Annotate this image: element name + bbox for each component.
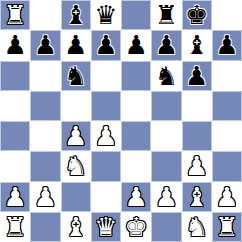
square-b2[interactable]: ♟ — [30, 182, 60, 212]
square-f3[interactable] — [151, 151, 181, 181]
square-e2[interactable]: ♟ — [121, 182, 151, 212]
piece-black-rook[interactable]: ♜ — [151, 0, 181, 30]
square-f2[interactable]: ♟ — [151, 182, 181, 212]
square-c4[interactable]: ♟ — [61, 121, 91, 151]
square-c5[interactable] — [61, 91, 91, 121]
square-c6[interactable]: ♞ — [61, 61, 91, 91]
piece-white-bishop[interactable]: ♝ — [182, 182, 212, 212]
piece-black-pawn[interactable]: ♟ — [91, 30, 121, 60]
square-a4[interactable] — [0, 121, 30, 151]
square-b5[interactable] — [30, 91, 60, 121]
piece-black-pawn[interactable]: ♟ — [61, 30, 91, 60]
piece-white-pawn[interactable]: ♟ — [121, 182, 151, 212]
square-e8[interactable] — [121, 0, 151, 30]
piece-black-queen[interactable]: ♛ — [91, 0, 121, 30]
square-e6[interactable] — [121, 61, 151, 91]
piece-black-pawn[interactable]: ♟ — [0, 30, 30, 60]
piece-black-pawn[interactable]: ♟ — [151, 30, 181, 60]
piece-white-pawn[interactable]: ♟ — [212, 182, 242, 212]
piece-white-rook[interactable]: ♜ — [0, 212, 30, 242]
piece-black-pawn[interactable]: ♟ — [30, 30, 60, 60]
square-g2[interactable]: ♝ — [182, 182, 212, 212]
square-g7[interactable]: ♝ — [182, 30, 212, 60]
piece-white-rook[interactable]: ♜ — [0, 0, 30, 30]
square-c8[interactable]: ♝ — [61, 0, 91, 30]
square-a3[interactable] — [0, 151, 30, 181]
square-h3[interactable] — [212, 151, 242, 181]
square-f7[interactable]: ♟ — [151, 30, 181, 60]
square-c1[interactable]: ♝ — [61, 212, 91, 242]
piece-white-pawn[interactable]: ♟ — [91, 121, 121, 151]
square-b6[interactable] — [30, 61, 60, 91]
square-d1[interactable]: ♛ — [91, 212, 121, 242]
square-e1[interactable]: ♚ — [121, 212, 151, 242]
square-e4[interactable] — [121, 121, 151, 151]
square-f8[interactable]: ♜ — [151, 0, 181, 30]
square-d3[interactable] — [91, 151, 121, 181]
square-e7[interactable]: ♟ — [121, 30, 151, 60]
square-d2[interactable] — [91, 182, 121, 212]
square-a8[interactable]: ♜ — [0, 0, 30, 30]
square-g6[interactable]: ♟ — [182, 61, 212, 91]
square-g1[interactable]: ♞ — [182, 212, 212, 242]
piece-black-knight[interactable]: ♞ — [61, 61, 91, 91]
piece-white-pawn[interactable]: ♟ — [30, 182, 60, 212]
square-g5[interactable] — [182, 91, 212, 121]
square-g4[interactable] — [182, 121, 212, 151]
square-f4[interactable] — [151, 121, 181, 151]
square-a5[interactable] — [0, 91, 30, 121]
square-g3[interactable]: ♟ — [182, 151, 212, 181]
piece-white-pawn[interactable]: ♟ — [0, 182, 30, 212]
piece-black-pawn[interactable]: ♟ — [182, 61, 212, 91]
piece-black-king[interactable]: ♚ — [182, 0, 212, 30]
square-b4[interactable] — [30, 121, 60, 151]
square-a1[interactable]: ♜ — [0, 212, 30, 242]
square-b3[interactable] — [30, 151, 60, 181]
square-h4[interactable] — [212, 121, 242, 151]
piece-white-knight[interactable]: ♞ — [182, 212, 212, 242]
piece-white-knight[interactable]: ♞ — [61, 151, 91, 181]
square-h2[interactable]: ♟ — [212, 182, 242, 212]
piece-black-bishop[interactable]: ♝ — [182, 30, 212, 60]
piece-black-pawn[interactable]: ♟ — [121, 30, 151, 60]
square-f5[interactable] — [151, 91, 181, 121]
piece-black-knight[interactable]: ♞ — [151, 61, 181, 91]
square-a2[interactable]: ♟ — [0, 182, 30, 212]
piece-black-bishop[interactable]: ♝ — [61, 0, 91, 30]
square-h1[interactable]: ♜ — [212, 212, 242, 242]
piece-white-rook[interactable]: ♜ — [212, 212, 242, 242]
square-h8[interactable] — [212, 0, 242, 30]
square-c2[interactable] — [61, 182, 91, 212]
square-b8[interactable] — [30, 0, 60, 30]
chess-board: ♜♝♛♜♚♟♟♟♟♟♟♝♟♞♞♟♟♟♞♟♟♟♟♟♝♟♜♝♛♚♞♜ — [0, 0, 242, 242]
square-a7[interactable]: ♟ — [0, 30, 30, 60]
piece-white-pawn[interactable]: ♟ — [151, 182, 181, 212]
square-e5[interactable] — [121, 91, 151, 121]
piece-white-queen[interactable]: ♛ — [91, 212, 121, 242]
square-h5[interactable] — [212, 91, 242, 121]
square-b7[interactable]: ♟ — [30, 30, 60, 60]
square-c7[interactable]: ♟ — [61, 30, 91, 60]
piece-white-bishop[interactable]: ♝ — [61, 212, 91, 242]
square-h7[interactable]: ♟ — [212, 30, 242, 60]
square-h6[interactable] — [212, 61, 242, 91]
square-f1[interactable] — [151, 212, 181, 242]
piece-white-king[interactable]: ♚ — [121, 212, 151, 242]
square-g8[interactable]: ♚ — [182, 0, 212, 30]
square-d8[interactable]: ♛ — [91, 0, 121, 30]
square-a6[interactable] — [0, 61, 30, 91]
square-b1[interactable] — [30, 212, 60, 242]
square-f6[interactable]: ♞ — [151, 61, 181, 91]
square-d4[interactable]: ♟ — [91, 121, 121, 151]
piece-white-pawn[interactable]: ♟ — [182, 151, 212, 181]
square-c3[interactable]: ♞ — [61, 151, 91, 181]
square-d5[interactable] — [91, 91, 121, 121]
piece-black-pawn[interactable]: ♟ — [212, 30, 242, 60]
square-d7[interactable]: ♟ — [91, 30, 121, 60]
square-d6[interactable] — [91, 61, 121, 91]
piece-white-pawn[interactable]: ♟ — [61, 121, 91, 151]
square-e3[interactable] — [121, 151, 151, 181]
